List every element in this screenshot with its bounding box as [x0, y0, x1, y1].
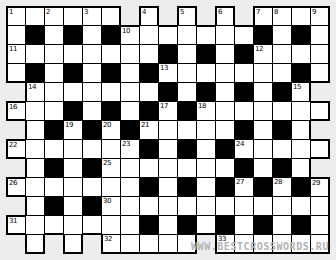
- cell-r5-c10[interactable]: 18: [196, 101, 216, 121]
- cell-r8-c6[interactable]: [120, 158, 140, 178]
- cell-r9-c10[interactable]: [196, 177, 216, 197]
- cell-r9-c8[interactable]: [158, 177, 178, 197]
- cell-r3-c16[interactable]: [310, 63, 330, 83]
- cell-r9-c4[interactable]: [82, 177, 102, 197]
- cell-r1-c11[interactable]: [215, 25, 235, 45]
- black-cell-r2-c8: [158, 44, 178, 64]
- black-cell-r1-c13: [253, 25, 273, 45]
- cell-r0-c15[interactable]: [291, 6, 311, 26]
- cell-r4-c15[interactable]: 15: [291, 82, 311, 102]
- clue-number-14: 14: [28, 83, 36, 91]
- clue-number-1: 1: [9, 8, 13, 16]
- cell-r5-c2[interactable]: [44, 101, 64, 121]
- cell-r9-c0[interactable]: 26: [6, 177, 26, 197]
- cell-r4-c5[interactable]: [101, 82, 121, 102]
- cell-r8-c8[interactable]: [158, 158, 178, 178]
- cell-r0-c13[interactable]: 7: [253, 6, 273, 26]
- black-cell-r3-c5: [101, 63, 121, 83]
- clue-number-29: 29: [312, 179, 320, 187]
- clue-number-10: 10: [122, 27, 130, 35]
- cell-r7-c5[interactable]: [101, 139, 121, 159]
- clue-number-32: 32: [104, 235, 112, 243]
- cell-r9-c3[interactable]: [63, 177, 83, 197]
- clue-number-20: 20: [103, 121, 111, 129]
- cell-r2-c5[interactable]: [101, 44, 121, 64]
- cell-r5-c14[interactable]: [272, 101, 292, 121]
- black-cell-r8-c14: [272, 158, 292, 178]
- black-cell-r5-c7: [139, 101, 159, 121]
- black-cell-r6-c14: [272, 120, 292, 140]
- cell-r0-c4[interactable]: 3: [82, 6, 102, 26]
- clue-number-11: 11: [9, 45, 17, 53]
- clue-number-28: 28: [274, 178, 282, 186]
- cell-r10-c16[interactable]: [310, 196, 330, 216]
- black-cell-r1-c1: [25, 25, 45, 45]
- black-cell-r7-c11: [215, 139, 235, 159]
- clue-number-31: 31: [9, 217, 17, 225]
- black-cell-r11-c15: [291, 215, 311, 235]
- cell-r1-c12[interactable]: [234, 25, 254, 45]
- cell-r10-c6[interactable]: [120, 196, 140, 216]
- clue-number-15: 15: [293, 83, 301, 91]
- cell-r12-c5[interactable]: 32: [101, 234, 121, 254]
- cell-r2-c4[interactable]: [82, 44, 102, 64]
- cell-r10-c13[interactable]: [253, 196, 273, 216]
- cell-r10-c1[interactable]: [25, 196, 45, 216]
- cell-r6-c10[interactable]: [196, 120, 216, 140]
- cell-r0-c9[interactable]: 5: [177, 6, 197, 26]
- cell-r10-c10[interactable]: [196, 196, 216, 216]
- cell-r5-c8[interactable]: 17: [158, 101, 178, 121]
- black-cell-r2-c10: [196, 44, 216, 64]
- cell-r1-c9[interactable]: [177, 25, 197, 45]
- clue-number-16: 16: [9, 103, 17, 111]
- cell-r11-c14[interactable]: [272, 215, 292, 235]
- cell-r0-c7[interactable]: 4: [139, 6, 159, 26]
- cell-r9-c5[interactable]: [101, 177, 121, 197]
- cell-r6-c3[interactable]: 19: [63, 120, 83, 140]
- clue-number-12: 12: [255, 45, 263, 53]
- cell-r10-c11[interactable]: [215, 196, 235, 216]
- black-cell-r9-c9: [177, 177, 197, 197]
- cell-r11-c12[interactable]: [234, 215, 254, 235]
- cell-r1-c2[interactable]: [44, 25, 64, 45]
- cell-r5-c16[interactable]: [310, 101, 330, 121]
- cell-r7-c6[interactable]: 23: [120, 139, 140, 159]
- cell-r3-c8[interactable]: 13: [158, 63, 178, 83]
- black-cell-r8-c12: [234, 158, 254, 178]
- black-cell-r11-c11: [215, 215, 235, 235]
- cell-r0-c1[interactable]: [25, 6, 45, 26]
- crossword-screen: 1234567891011121314151617181920212223242…: [0, 0, 336, 260]
- cell-r12-c3[interactable]: [63, 234, 83, 254]
- cell-r3-c6[interactable]: [120, 63, 140, 83]
- black-cell-r1-c5: [101, 25, 121, 45]
- cell-r11-c2[interactable]: [44, 215, 64, 235]
- cell-r9-c6[interactable]: [120, 177, 140, 197]
- cell-r6-c7[interactable]: 21: [139, 120, 159, 140]
- cell-r7-c2[interactable]: [44, 139, 64, 159]
- clue-number-27: 27: [236, 178, 244, 186]
- cell-r1-c7[interactable]: [139, 25, 159, 45]
- cell-r9-c12[interactable]: 27: [234, 177, 254, 197]
- cell-r3-c10[interactable]: [196, 63, 216, 83]
- cell-r3-c13[interactable]: [253, 63, 273, 83]
- cell-r6-c11[interactable]: [215, 120, 235, 140]
- clue-number-26: 26: [9, 179, 17, 187]
- clue-number-21: 21: [141, 121, 149, 129]
- cell-r11-c10[interactable]: [196, 215, 216, 235]
- cell-r0-c14[interactable]: 8: [272, 6, 292, 26]
- cell-r2-c9[interactable]: [177, 44, 197, 64]
- black-cell-r3-c15: [291, 63, 311, 83]
- cell-r5-c15[interactable]: [291, 101, 311, 121]
- black-cell-r1-c15: [291, 25, 311, 45]
- cell-r7-c8[interactable]: [158, 139, 178, 159]
- cell-r1-c14[interactable]: [272, 25, 292, 45]
- clue-number-6: 6: [218, 8, 222, 16]
- clue-number-9: 9: [312, 8, 316, 16]
- cell-r7-c0[interactable]: 22: [6, 139, 26, 159]
- cell-r5-c4[interactable]: [82, 101, 102, 121]
- clue-number-5: 5: [180, 8, 184, 16]
- black-cell-r9-c15: [291, 177, 311, 197]
- cell-r8-c11[interactable]: [215, 158, 235, 178]
- cell-r11-c5[interactable]: [101, 215, 121, 235]
- cell-r2-c15[interactable]: [291, 44, 311, 64]
- cell-r0-c5[interactable]: [101, 6, 121, 26]
- cell-r2-c0[interactable]: 11: [6, 44, 26, 64]
- black-cell-r9-c7: [139, 177, 159, 197]
- cell-r7-c1[interactable]: [25, 139, 45, 159]
- cell-r7-c14[interactable]: [272, 139, 292, 159]
- black-cell-r11-c9: [177, 215, 197, 235]
- cell-r0-c11[interactable]: 6: [215, 6, 235, 26]
- cell-r9-c14[interactable]: 28: [272, 177, 292, 197]
- cell-r7-c10[interactable]: [196, 139, 216, 159]
- clue-number-19: 19: [65, 121, 73, 129]
- black-cell-r6-c6: [120, 120, 140, 140]
- cell-r6-c8[interactable]: [158, 120, 178, 140]
- cell-r8-c9[interactable]: [177, 158, 197, 178]
- cell-r11-c8[interactable]: [158, 215, 178, 235]
- cell-r0-c16[interactable]: 9: [310, 6, 330, 26]
- clue-number-23: 23: [122, 140, 130, 148]
- black-cell-r5-c5: [101, 101, 121, 121]
- cell-r2-c13[interactable]: 12: [253, 44, 273, 64]
- cell-r2-c14[interactable]: [272, 44, 292, 64]
- cell-r7-c15[interactable]: [291, 139, 311, 159]
- black-cell-r4-c12: [234, 82, 254, 102]
- clue-number-24: 24: [236, 140, 244, 148]
- black-cell-r4-c8: [158, 82, 178, 102]
- cell-r6-c15[interactable]: [291, 120, 311, 140]
- clue-number-18: 18: [198, 102, 206, 110]
- black-cell-r6-c2: [44, 120, 64, 140]
- cell-r1-c8[interactable]: [158, 25, 178, 45]
- clue-number-4: 4: [142, 8, 146, 16]
- cell-r7-c4[interactable]: [82, 139, 102, 159]
- cell-r7-c13[interactable]: [253, 139, 273, 159]
- cell-r4-c7[interactable]: [139, 82, 159, 102]
- black-cell-r3-c1: [25, 63, 45, 83]
- cell-r8-c13[interactable]: [253, 158, 273, 178]
- cell-r9-c1[interactable]: [25, 177, 45, 197]
- cell-r4-c3[interactable]: [63, 82, 83, 102]
- cell-r3-c9[interactable]: [177, 63, 197, 83]
- cell-r8-c15[interactable]: [291, 158, 311, 178]
- clue-number-7: 7: [256, 8, 260, 16]
- black-cell-r9-c13: [253, 177, 273, 197]
- black-cell-r11-c7: [139, 215, 159, 235]
- black-cell-r8-c4: [82, 158, 102, 178]
- black-cell-r3-c3: [63, 63, 83, 83]
- cell-r6-c5[interactable]: 20: [101, 120, 121, 140]
- black-cell-r5-c9: [177, 101, 197, 121]
- black-cell-r8-c2: [44, 158, 64, 178]
- cell-r10-c12[interactable]: [234, 196, 254, 216]
- cell-r11-c16[interactable]: [310, 215, 330, 235]
- cell-r9-c2[interactable]: [44, 177, 64, 197]
- cell-r6-c13[interactable]: [253, 120, 273, 140]
- cell-r1-c10[interactable]: [196, 25, 216, 45]
- cell-r11-c3[interactable]: [63, 215, 83, 235]
- cell-r10-c7[interactable]: [139, 196, 159, 216]
- cell-r5-c0[interactable]: 16: [6, 101, 26, 121]
- cell-r3-c14[interactable]: [272, 63, 292, 83]
- black-cell-r7-c7: [139, 139, 159, 159]
- clue-number-2: 2: [46, 8, 50, 16]
- cell-r2-c2[interactable]: [44, 44, 64, 64]
- cell-r2-c3[interactable]: [63, 44, 83, 64]
- cell-r6-c9[interactable]: [177, 120, 197, 140]
- cell-r0-c3[interactable]: [63, 6, 83, 26]
- cell-r0-c0[interactable]: 1: [6, 6, 26, 26]
- clue-number-17: 17: [160, 102, 168, 110]
- cell-r10-c8[interactable]: [158, 196, 178, 216]
- black-cell-r6-c4: [82, 120, 102, 140]
- cell-r4-c6[interactable]: [120, 82, 140, 102]
- cell-r2-c7[interactable]: [139, 44, 159, 64]
- cell-r3-c11[interactable]: [215, 63, 235, 83]
- cell-r7-c16[interactable]: [310, 139, 330, 159]
- cell-r1-c0[interactable]: [6, 25, 26, 45]
- cell-r1-c16[interactable]: [310, 25, 330, 45]
- black-cell-r6-c12: [234, 120, 254, 140]
- cell-r8-c1[interactable]: [25, 158, 45, 178]
- black-cell-r9-c11: [215, 177, 235, 197]
- black-cell-r2-c12: [234, 44, 254, 64]
- cell-r12-c1[interactable]: [25, 234, 45, 254]
- cell-r2-c11[interactable]: [215, 44, 235, 64]
- cell-r5-c6[interactable]: [120, 101, 140, 121]
- cell-r4-c13[interactable]: [253, 82, 273, 102]
- cell-r3-c2[interactable]: [44, 63, 64, 83]
- cell-r7-c12[interactable]: 24: [234, 139, 254, 159]
- cell-r8-c5[interactable]: 25: [101, 158, 121, 178]
- cell-r10-c5[interactable]: 30: [101, 196, 121, 216]
- cell-r11-c1[interactable]: [25, 215, 45, 235]
- black-cell-r1-c3: [63, 25, 83, 45]
- cell-r12-c6[interactable]: [120, 234, 140, 254]
- cell-r10-c15[interactable]: [291, 196, 311, 216]
- black-cell-r10-c4: [82, 196, 102, 216]
- cell-r3-c0[interactable]: [6, 63, 26, 83]
- clue-number-22: 22: [9, 141, 17, 149]
- cell-r10-c3[interactable]: [63, 196, 83, 216]
- cell-r1-c6[interactable]: 10: [120, 25, 140, 45]
- black-cell-r4-c14: [272, 82, 292, 102]
- black-cell-r10-c2: [44, 196, 64, 216]
- crossword-board: 1234567891011121314151617181920212223242…: [0, 0, 336, 260]
- cell-r10-c9[interactable]: [177, 196, 197, 216]
- cell-r7-c3[interactable]: [63, 139, 83, 159]
- black-cell-r4-c10: [196, 82, 216, 102]
- clue-number-30: 30: [103, 197, 111, 205]
- cell-r1-c4[interactable]: [82, 25, 102, 45]
- cell-r5-c11[interactable]: [215, 101, 235, 121]
- clue-number-8: 8: [274, 8, 278, 16]
- cell-r11-c4[interactable]: [82, 215, 102, 235]
- cell-r8-c10[interactable]: [196, 158, 216, 178]
- black-cell-r3-c7: [139, 63, 159, 83]
- cell-r12-c7[interactable]: [139, 234, 159, 254]
- cell-r9-c16[interactable]: 29: [310, 177, 330, 197]
- cell-r11-c6[interactable]: [120, 215, 140, 235]
- cell-r4-c1[interactable]: 14: [25, 82, 45, 102]
- cell-r0-c2[interactable]: 2: [44, 6, 64, 26]
- cell-r4-c11[interactable]: [215, 82, 235, 102]
- cell-r4-c4[interactable]: [82, 82, 102, 102]
- cell-r10-c14[interactable]: [272, 196, 292, 216]
- cell-r8-c3[interactable]: [63, 158, 83, 178]
- cell-r3-c12[interactable]: [234, 63, 254, 83]
- cell-r8-c7[interactable]: [139, 158, 159, 178]
- black-cell-r7-c9: [177, 139, 197, 159]
- cell-r2-c16[interactable]: [310, 44, 330, 64]
- cell-r2-c1[interactable]: [25, 44, 45, 64]
- cell-r4-c9[interactable]: [177, 82, 197, 102]
- black-cell-r5-c3: [63, 101, 83, 121]
- clue-number-3: 3: [84, 8, 88, 16]
- black-cell-r11-c13: [253, 215, 273, 235]
- cell-r5-c13[interactable]: [253, 101, 273, 121]
- cell-r11-c0[interactable]: 31: [6, 215, 26, 235]
- cell-r2-c6[interactable]: [120, 44, 140, 64]
- cell-r4-c2[interactable]: [44, 82, 64, 102]
- cell-r12-c8[interactable]: [158, 234, 178, 254]
- cell-r5-c12[interactable]: [234, 101, 254, 121]
- watermark-text: WWW.BESTCROSSWORDS.RU: [191, 242, 329, 252]
- cell-r6-c1[interactable]: [25, 120, 45, 140]
- clue-number-13: 13: [160, 64, 168, 72]
- clue-number-25: 25: [103, 159, 111, 167]
- cell-r3-c4[interactable]: [82, 63, 102, 83]
- cell-r5-c1[interactable]: [25, 101, 45, 121]
